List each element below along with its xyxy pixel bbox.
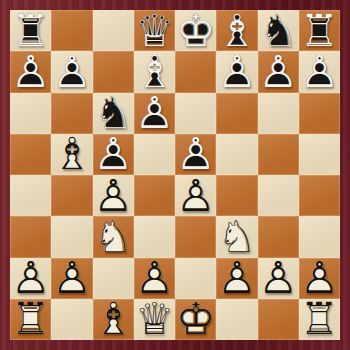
square-d6[interactable]: ♟♙ [134,93,175,134]
black-king-outline: ♔ [175,10,216,51]
piece-white-bishop[interactable]: ♝♗ [93,299,134,340]
square-f2[interactable]: ♟♙ [216,258,257,299]
square-b5[interactable]: ♝♗ [51,134,92,175]
white-pawn-outline: ♙ [258,258,299,299]
square-g6[interactable] [258,93,299,134]
chess-board: ♜♖♛♕♚♔♝♗♞♘♜♖♟♙♟♙♝♗♟♙♟♙♟♙♞♘♟♙♝♗♟♙♟♙♟♙♟♙♞♘… [10,10,340,340]
square-b7[interactable]: ♟♙ [51,51,92,92]
square-f5[interactable] [216,134,257,175]
piece-black-pawn[interactable]: ♟♙ [216,51,257,92]
piece-black-king[interactable]: ♚♔ [175,10,216,51]
black-pawn-outline: ♙ [299,51,340,92]
square-e1[interactable]: ♚♔ [175,299,216,340]
square-f7[interactable]: ♟♙ [216,51,257,92]
piece-black-pawn[interactable]: ♟♙ [258,51,299,92]
square-g7[interactable]: ♟♙ [258,51,299,92]
piece-black-pawn[interactable]: ♟♙ [51,51,92,92]
square-a6[interactable] [10,93,51,134]
square-g4[interactable] [258,175,299,216]
white-rook-outline: ♖ [299,299,340,340]
piece-white-pawn[interactable]: ♟♙ [258,258,299,299]
square-c5[interactable]: ♟♙ [93,134,134,175]
square-a5[interactable] [10,134,51,175]
square-h7[interactable]: ♟♙ [299,51,340,92]
piece-white-pawn[interactable]: ♟♙ [51,258,92,299]
black-pawn-outline: ♙ [258,51,299,92]
piece-white-pawn[interactable]: ♟♙ [175,175,216,216]
piece-white-queen[interactable]: ♛♕ [134,299,175,340]
square-f6[interactable] [216,93,257,134]
black-pawn-outline: ♙ [51,51,92,92]
white-bishop-outline: ♗ [93,299,134,340]
white-pawn-outline: ♙ [216,258,257,299]
white-king-outline: ♔ [175,299,216,340]
square-c3[interactable]: ♞♘ [93,216,134,257]
square-h4[interactable] [299,175,340,216]
square-e7[interactable] [175,51,216,92]
square-g1[interactable] [258,299,299,340]
square-d5[interactable] [134,134,175,175]
white-bishop-outline: ♗ [51,134,92,175]
white-pawn-outline: ♙ [175,175,216,216]
square-h6[interactable] [299,93,340,134]
white-pawn-outline: ♙ [51,258,92,299]
square-f1[interactable] [216,299,257,340]
piece-white-rook[interactable]: ♜♖ [299,299,340,340]
square-d4[interactable] [134,175,175,216]
square-h5[interactable] [299,134,340,175]
black-pawn-outline: ♙ [216,51,257,92]
square-a7[interactable]: ♟♙ [10,51,51,92]
board-frame: ♜♖♛♕♚♔♝♗♞♘♜♖♟♙♟♙♝♗♟♙♟♙♟♙♞♘♟♙♝♗♟♙♟♙♟♙♟♙♞♘… [0,0,350,350]
piece-white-bishop[interactable]: ♝♗ [51,134,92,175]
black-pawn-outline: ♙ [10,51,51,92]
piece-black-pawn[interactable]: ♟♙ [134,93,175,134]
piece-black-pawn[interactable]: ♟♙ [10,51,51,92]
piece-black-pawn[interactable]: ♟♙ [93,134,134,175]
piece-white-rook[interactable]: ♜♖ [10,299,51,340]
square-e4[interactable]: ♟♙ [175,175,216,216]
black-pawn-outline: ♙ [134,93,175,134]
square-e5[interactable]: ♟♙ [175,134,216,175]
square-e3[interactable] [175,216,216,257]
square-g2[interactable]: ♟♙ [258,258,299,299]
square-b4[interactable] [51,175,92,216]
black-pawn-outline: ♙ [175,134,216,175]
square-c1[interactable]: ♝♗ [93,299,134,340]
piece-black-pawn[interactable]: ♟♙ [299,51,340,92]
white-rook-outline: ♖ [10,299,51,340]
white-knight-outline: ♘ [93,216,134,257]
square-a4[interactable] [10,175,51,216]
black-pawn-outline: ♙ [93,134,134,175]
square-c8[interactable] [93,10,134,51]
square-a1[interactable]: ♜♖ [10,299,51,340]
square-g5[interactable] [258,134,299,175]
square-d1[interactable]: ♛♕ [134,299,175,340]
square-h1[interactable]: ♜♖ [299,299,340,340]
piece-white-king[interactable]: ♚♔ [175,299,216,340]
piece-white-pawn[interactable]: ♟♙ [216,258,257,299]
piece-white-knight[interactable]: ♞♘ [93,216,134,257]
piece-black-pawn[interactable]: ♟♙ [175,134,216,175]
square-b2[interactable]: ♟♙ [51,258,92,299]
white-queen-outline: ♕ [134,299,175,340]
square-b1[interactable] [51,299,92,340]
square-e8[interactable]: ♚♔ [175,10,216,51]
